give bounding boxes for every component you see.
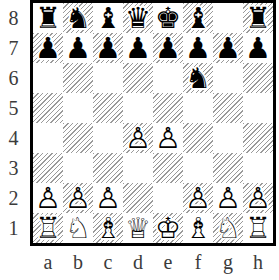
square-f7[interactable]: ♟ <box>183 33 213 63</box>
square-g3[interactable] <box>213 153 243 183</box>
rank-label-1: 1 <box>0 213 27 243</box>
square-b2[interactable]: ♙ <box>63 183 93 213</box>
piece-black-pawn[interactable]: ♟ <box>35 33 61 63</box>
square-g6[interactable] <box>213 63 243 93</box>
square-d3[interactable] <box>123 153 153 183</box>
square-c4[interactable] <box>93 123 123 153</box>
piece-white-bishop[interactable]: ♗ <box>95 213 121 243</box>
square-b1[interactable]: ♘ <box>63 213 93 243</box>
square-d8[interactable]: ♛ <box>123 3 153 33</box>
square-f8[interactable]: ♝ <box>183 3 213 33</box>
file-label-a: a <box>33 247 63 279</box>
square-c7[interactable]: ♟ <box>93 33 123 63</box>
square-a3[interactable] <box>33 153 63 183</box>
square-b8[interactable]: ♞ <box>63 3 93 33</box>
square-b7[interactable]: ♟ <box>63 33 93 63</box>
square-e6[interactable] <box>153 63 183 93</box>
piece-white-rook[interactable]: ♖ <box>245 213 271 243</box>
piece-white-queen[interactable]: ♕ <box>125 213 151 243</box>
square-c6[interactable] <box>93 63 123 93</box>
square-e1[interactable]: ♔ <box>153 213 183 243</box>
square-a6[interactable] <box>33 63 63 93</box>
square-d6[interactable] <box>123 63 153 93</box>
square-a2[interactable]: ♙ <box>33 183 63 213</box>
square-e8[interactable]: ♚ <box>153 3 183 33</box>
rank-label-3: 3 <box>0 153 27 183</box>
piece-black-rook[interactable]: ♜ <box>35 3 61 33</box>
piece-black-queen[interactable]: ♛ <box>125 3 151 33</box>
piece-black-pawn[interactable]: ♟ <box>155 33 181 63</box>
square-e2[interactable] <box>153 183 183 213</box>
piece-white-pawn[interactable]: ♙ <box>245 183 271 213</box>
square-h6[interactable] <box>243 63 273 93</box>
square-a7[interactable]: ♟ <box>33 33 63 63</box>
square-a8[interactable]: ♜ <box>33 3 63 33</box>
square-a5[interactable] <box>33 93 63 123</box>
square-h8[interactable]: ♜ <box>243 3 273 33</box>
square-c3[interactable] <box>93 153 123 183</box>
piece-black-pawn[interactable]: ♟ <box>185 33 211 63</box>
piece-white-pawn[interactable]: ♙ <box>125 123 151 153</box>
square-h4[interactable] <box>243 123 273 153</box>
square-h3[interactable] <box>243 153 273 183</box>
piece-black-rook[interactable]: ♜ <box>245 3 271 33</box>
square-c1[interactable]: ♗ <box>93 213 123 243</box>
piece-white-bishop[interactable]: ♗ <box>185 213 211 243</box>
piece-black-pawn[interactable]: ♟ <box>95 33 121 63</box>
piece-black-pawn[interactable]: ♟ <box>125 33 151 63</box>
piece-black-pawn[interactable]: ♟ <box>65 33 91 63</box>
square-a4[interactable] <box>33 123 63 153</box>
square-b6[interactable] <box>63 63 93 93</box>
square-f5[interactable] <box>183 93 213 123</box>
square-f6[interactable]: ♞ <box>183 63 213 93</box>
piece-white-king[interactable]: ♔ <box>155 213 181 243</box>
square-h1[interactable]: ♖ <box>243 213 273 243</box>
piece-white-pawn[interactable]: ♙ <box>65 183 91 213</box>
piece-white-pawn[interactable]: ♙ <box>95 183 121 213</box>
rank-label-7: 7 <box>0 33 27 63</box>
rank-label-6: 6 <box>0 63 27 93</box>
file-label-c: c <box>93 247 123 279</box>
square-e5[interactable] <box>153 93 183 123</box>
square-d4[interactable]: ♙ <box>123 123 153 153</box>
square-e3[interactable] <box>153 153 183 183</box>
piece-black-pawn[interactable]: ♟ <box>215 33 241 63</box>
square-h5[interactable] <box>243 93 273 123</box>
square-f2[interactable]: ♙ <box>183 183 213 213</box>
rank-label-8: 8 <box>0 3 27 33</box>
file-label-d: d <box>123 247 153 279</box>
square-d1[interactable]: ♕ <box>123 213 153 243</box>
square-g5[interactable] <box>213 93 243 123</box>
square-d7[interactable]: ♟ <box>123 33 153 63</box>
square-a1[interactable]: ♖ <box>33 213 63 243</box>
rank-label-5: 5 <box>0 93 27 123</box>
square-b5[interactable] <box>63 93 93 123</box>
square-g4[interactable] <box>213 123 243 153</box>
chess-diagram: 87654321 ♜♞♝♛♚♝♜♟♟♟♟♟♟♟♟♞♙♙♙♙♙♙♙♙♖♘♗♕♔♗♘… <box>0 0 279 280</box>
square-h2[interactable]: ♙ <box>243 183 273 213</box>
piece-black-knight[interactable]: ♞ <box>185 63 211 93</box>
square-b3[interactable] <box>63 153 93 183</box>
file-label-g: g <box>213 247 243 279</box>
square-f1[interactable]: ♗ <box>183 213 213 243</box>
piece-black-bishop[interactable]: ♝ <box>95 3 121 33</box>
square-c8[interactable]: ♝ <box>93 3 123 33</box>
file-labels: abcdefgh <box>33 247 273 279</box>
piece-white-pawn[interactable]: ♙ <box>215 183 241 213</box>
square-f4[interactable] <box>183 123 213 153</box>
piece-black-knight[interactable]: ♞ <box>65 3 91 33</box>
chessboard: ♜♞♝♛♚♝♜♟♟♟♟♟♟♟♟♞♙♙♙♙♙♙♙♙♖♘♗♕♔♗♘♖ <box>30 0 276 246</box>
piece-white-pawn[interactable]: ♙ <box>185 183 211 213</box>
square-d2[interactable] <box>123 183 153 213</box>
square-c5[interactable] <box>93 93 123 123</box>
rank-label-4: 4 <box>0 123 27 153</box>
rank-label-2: 2 <box>0 183 27 213</box>
piece-black-king[interactable]: ♚ <box>155 3 181 33</box>
file-label-e: e <box>153 247 183 279</box>
square-e7[interactable]: ♟ <box>153 33 183 63</box>
square-d5[interactable] <box>123 93 153 123</box>
piece-white-knight[interactable]: ♘ <box>215 213 241 243</box>
piece-black-pawn[interactable]: ♟ <box>245 33 271 63</box>
file-label-h: h <box>243 247 273 279</box>
file-label-b: b <box>63 247 93 279</box>
square-g1[interactable]: ♘ <box>213 213 243 243</box>
piece-white-knight[interactable]: ♘ <box>65 213 91 243</box>
square-c2[interactable]: ♙ <box>93 183 123 213</box>
file-label-f: f <box>183 247 213 279</box>
square-e4[interactable]: ♙ <box>153 123 183 153</box>
square-g8[interactable] <box>213 3 243 33</box>
piece-white-pawn[interactable]: ♙ <box>35 183 61 213</box>
square-b4[interactable] <box>63 123 93 153</box>
piece-black-bishop[interactable]: ♝ <box>185 3 211 33</box>
square-h7[interactable]: ♟ <box>243 33 273 63</box>
square-g2[interactable]: ♙ <box>213 183 243 213</box>
rank-labels: 87654321 <box>0 3 27 243</box>
piece-white-rook[interactable]: ♖ <box>35 213 61 243</box>
piece-white-pawn[interactable]: ♙ <box>155 123 181 153</box>
square-f3[interactable] <box>183 153 213 183</box>
square-g7[interactable]: ♟ <box>213 33 243 63</box>
